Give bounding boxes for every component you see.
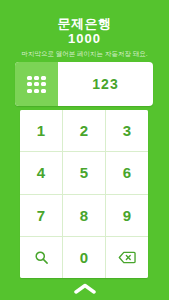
dialpad-grid-icon	[27, 76, 46, 93]
key-4[interactable]: 4	[20, 152, 62, 193]
header: 문제은행 1000 마지막으로 열어본 페이지는 자동저장 돼요.	[0, 0, 169, 59]
key-2[interactable]: 2	[63, 110, 105, 151]
key-8[interactable]: 8	[63, 195, 105, 236]
number-keypad: 1 2 3 4 5 6 7 8 9 0	[20, 110, 148, 278]
key-3[interactable]: 3	[106, 110, 148, 151]
dialpad-toggle-button[interactable]	[15, 62, 58, 106]
tagline: 마지막으로 열어본 페이지는 자동저장 돼요.	[0, 50, 169, 59]
backspace-icon	[118, 251, 136, 264]
search-icon	[34, 250, 49, 265]
collapse-keypad-button[interactable]	[0, 280, 169, 298]
key-5[interactable]: 5	[63, 152, 105, 193]
key-9[interactable]: 9	[106, 195, 148, 236]
page-number-display[interactable]: 123	[58, 62, 153, 106]
search-key[interactable]	[20, 237, 62, 278]
key-6[interactable]: 6	[106, 152, 148, 193]
key-7[interactable]: 7	[20, 195, 62, 236]
backspace-key[interactable]	[106, 237, 148, 278]
chevron-up-icon	[73, 280, 97, 298]
key-0[interactable]: 0	[63, 237, 105, 278]
key-1[interactable]: 1	[20, 110, 62, 151]
app-title: 문제은행	[0, 17, 169, 31]
app-screen: { "game": "number-keypad-page-selector",…	[0, 0, 169, 300]
page-display-card: 123	[15, 62, 153, 106]
app-title-number: 1000	[0, 32, 169, 46]
